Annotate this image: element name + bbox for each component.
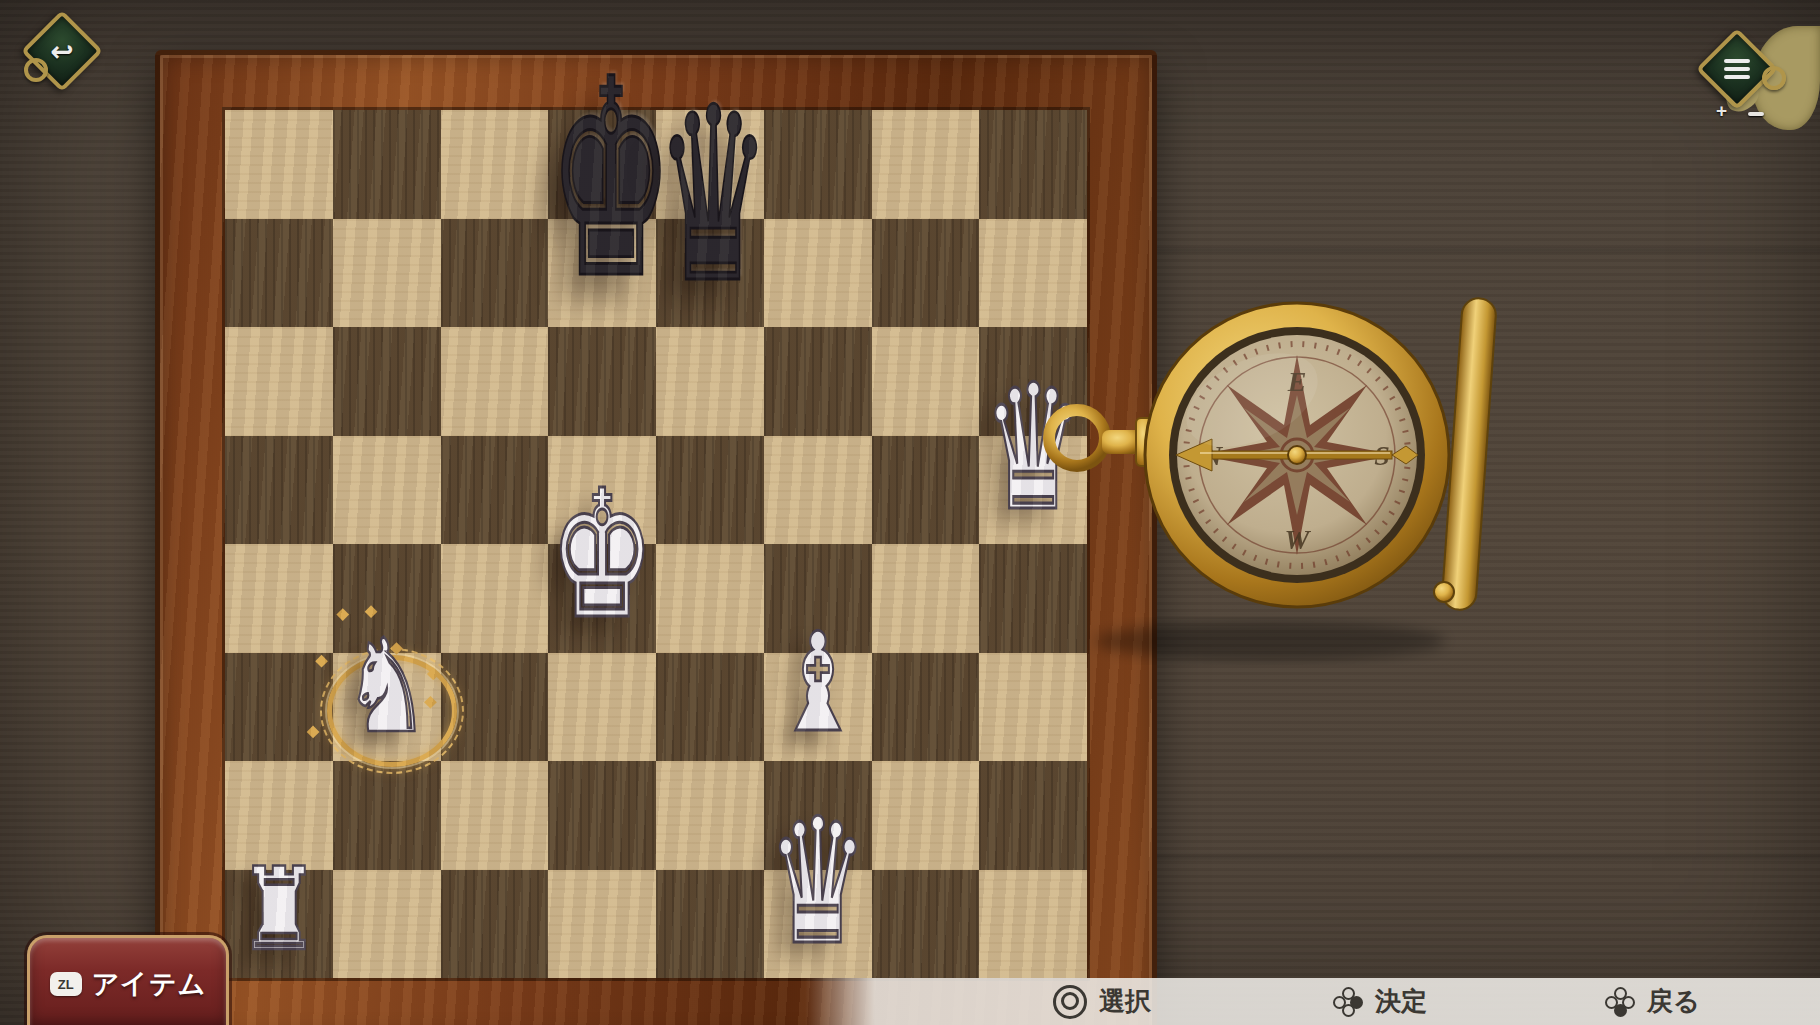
hint-confirm-label: 決定	[1375, 984, 1427, 1019]
b-button-icon	[1605, 987, 1635, 1017]
square-a4[interactable]	[225, 544, 333, 653]
square-h3[interactable]	[979, 653, 1087, 762]
menu-clasp-icon	[1762, 66, 1786, 90]
square-g6[interactable]	[872, 327, 980, 436]
hint-select-label: 選択	[1099, 984, 1151, 1019]
square-d3[interactable]	[548, 653, 656, 762]
hint-confirm: 決定	[1333, 978, 1427, 1025]
hint-back-label: 戻る	[1647, 984, 1700, 1019]
square-g4[interactable]	[872, 544, 980, 653]
square-d1[interactable]	[548, 870, 656, 979]
square-b8[interactable]	[333, 110, 441, 219]
square-g1[interactable]	[872, 870, 980, 979]
menu-hamburger-icon	[1712, 44, 1762, 94]
square-c4[interactable]	[441, 544, 549, 653]
square-c7[interactable]	[441, 219, 549, 328]
square-a7[interactable]	[225, 219, 333, 328]
square-g7[interactable]	[872, 219, 980, 328]
square-c6[interactable]	[441, 327, 549, 436]
square-f8[interactable]	[764, 110, 872, 219]
black-queen-e7[interactable]: ♛	[656, 76, 764, 317]
square-c5[interactable]	[441, 436, 549, 545]
square-e2[interactable]	[656, 761, 764, 870]
compass-letter-bottom: W	[1285, 524, 1312, 555]
item-button[interactable]: ZL アイテム	[27, 935, 229, 1025]
chess-board-frame: ♚♛♛♚♞♝♛♜	[155, 50, 1157, 1025]
square-e3[interactable]	[656, 653, 764, 762]
hint-select: 選択	[1053, 978, 1151, 1025]
left-stick-icon	[1053, 985, 1087, 1019]
square-h1[interactable]	[979, 870, 1087, 979]
square-b7[interactable]	[333, 219, 441, 328]
plus-button-icon: +	[1716, 100, 1727, 122]
compass-shadow	[1095, 621, 1445, 661]
square-f5[interactable]	[764, 436, 872, 545]
square-a5[interactable]	[225, 436, 333, 545]
square-a6[interactable]	[225, 327, 333, 436]
square-e1[interactable]	[656, 870, 764, 979]
zl-button-icon: ZL	[50, 972, 82, 996]
compass-decoration: E S W N	[1020, 248, 1520, 668]
compass-bail-ring	[1049, 410, 1105, 466]
white-knight-b3[interactable]: ♞	[333, 622, 441, 751]
square-b2[interactable]	[333, 761, 441, 870]
square-g2[interactable]	[872, 761, 980, 870]
square-a8[interactable]	[225, 110, 333, 219]
white-bishop-f3[interactable]: ♝	[764, 615, 872, 751]
control-hint-bar: 選択 決定 戻る	[805, 978, 1820, 1025]
square-h2[interactable]	[979, 761, 1087, 870]
square-e6[interactable]	[656, 327, 764, 436]
item-button-label: アイテム	[92, 966, 207, 1002]
square-g8[interactable]	[872, 110, 980, 219]
black-king-d7[interactable]: ♚	[548, 44, 656, 317]
square-d6[interactable]	[548, 327, 656, 436]
square-b5[interactable]	[333, 436, 441, 545]
square-c8[interactable]	[441, 110, 549, 219]
square-f7[interactable]	[764, 219, 872, 328]
a-button-icon	[1333, 987, 1363, 1017]
white-king-d4[interactable]: ♚	[548, 466, 656, 643]
white-queen-f1[interactable]: ♛	[764, 794, 872, 968]
square-b6[interactable]	[333, 327, 441, 436]
hint-back: 戻る	[1605, 978, 1700, 1025]
square-c1[interactable]	[441, 870, 549, 979]
game-screen: ♚♛♛♚♞♝♛♜	[0, 0, 1820, 1025]
square-b1[interactable]	[333, 870, 441, 979]
undo-clasp-icon	[24, 58, 48, 82]
square-c3[interactable]	[441, 653, 549, 762]
square-e5[interactable]	[656, 436, 764, 545]
square-a3[interactable]	[225, 653, 333, 762]
square-d2[interactable]	[548, 761, 656, 870]
compass-hinge	[1434, 582, 1454, 602]
white-rook-a1[interactable]: ♜	[225, 854, 333, 968]
square-e4[interactable]	[656, 544, 764, 653]
square-g3[interactable]	[872, 653, 980, 762]
square-f6[interactable]	[764, 327, 872, 436]
square-h8[interactable]	[979, 110, 1087, 219]
square-c2[interactable]	[441, 761, 549, 870]
plus-button-dash-icon	[1748, 112, 1764, 116]
square-g5[interactable]	[872, 436, 980, 545]
